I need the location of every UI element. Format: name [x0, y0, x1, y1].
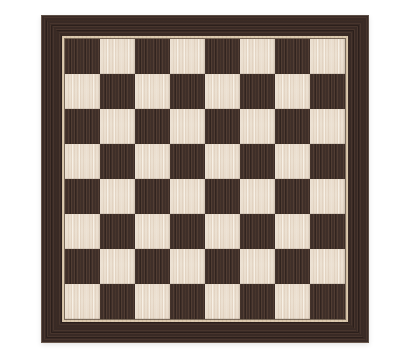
square-b7[interactable] [100, 74, 135, 109]
square-b2[interactable] [100, 249, 135, 284]
square-a8[interactable] [65, 39, 100, 74]
square-b4[interactable] [100, 179, 135, 214]
square-c2[interactable] [135, 249, 170, 284]
square-a1[interactable] [65, 284, 100, 319]
square-f7[interactable] [240, 74, 275, 109]
square-e8[interactable] [205, 39, 240, 74]
square-g5[interactable] [275, 144, 310, 179]
square-f4[interactable] [240, 179, 275, 214]
square-f8[interactable] [240, 39, 275, 74]
square-c4[interactable] [135, 179, 170, 214]
chessboard-grid [65, 39, 345, 319]
board-frame-top [41, 15, 369, 36]
square-e7[interactable] [205, 74, 240, 109]
square-f1[interactable] [240, 284, 275, 319]
square-b8[interactable] [100, 39, 135, 74]
square-d5[interactable] [170, 144, 205, 179]
square-e3[interactable] [205, 214, 240, 249]
square-c5[interactable] [135, 144, 170, 179]
square-g4[interactable] [275, 179, 310, 214]
chessboard [41, 15, 369, 343]
square-b6[interactable] [100, 109, 135, 144]
square-d2[interactable] [170, 249, 205, 284]
square-b5[interactable] [100, 144, 135, 179]
square-c8[interactable] [135, 39, 170, 74]
square-d6[interactable] [170, 109, 205, 144]
square-h5[interactable] [310, 144, 345, 179]
square-g1[interactable] [275, 284, 310, 319]
square-d8[interactable] [170, 39, 205, 74]
square-h3[interactable] [310, 214, 345, 249]
square-f5[interactable] [240, 144, 275, 179]
square-f3[interactable] [240, 214, 275, 249]
square-c1[interactable] [135, 284, 170, 319]
square-h1[interactable] [310, 284, 345, 319]
square-g3[interactable] [275, 214, 310, 249]
square-c7[interactable] [135, 74, 170, 109]
square-b3[interactable] [100, 214, 135, 249]
square-f2[interactable] [240, 249, 275, 284]
square-d7[interactable] [170, 74, 205, 109]
square-h8[interactable] [310, 39, 345, 74]
square-e2[interactable] [205, 249, 240, 284]
board-frame-bottom [41, 322, 369, 343]
board-frame-left [41, 15, 62, 343]
square-c6[interactable] [135, 109, 170, 144]
square-f6[interactable] [240, 109, 275, 144]
board-frame-right [348, 15, 369, 343]
square-e6[interactable] [205, 109, 240, 144]
square-c3[interactable] [135, 214, 170, 249]
square-a7[interactable] [65, 74, 100, 109]
square-e4[interactable] [205, 179, 240, 214]
square-d4[interactable] [170, 179, 205, 214]
square-g2[interactable] [275, 249, 310, 284]
square-g8[interactable] [275, 39, 310, 74]
square-a6[interactable] [65, 109, 100, 144]
square-a3[interactable] [65, 214, 100, 249]
square-h7[interactable] [310, 74, 345, 109]
square-a4[interactable] [65, 179, 100, 214]
square-d3[interactable] [170, 214, 205, 249]
square-h4[interactable] [310, 179, 345, 214]
square-a2[interactable] [65, 249, 100, 284]
square-b1[interactable] [100, 284, 135, 319]
square-e1[interactable] [205, 284, 240, 319]
square-g6[interactable] [275, 109, 310, 144]
square-a5[interactable] [65, 144, 100, 179]
square-h2[interactable] [310, 249, 345, 284]
photo-background [0, 0, 420, 355]
square-d1[interactable] [170, 284, 205, 319]
square-h6[interactable] [310, 109, 345, 144]
square-e5[interactable] [205, 144, 240, 179]
square-g7[interactable] [275, 74, 310, 109]
